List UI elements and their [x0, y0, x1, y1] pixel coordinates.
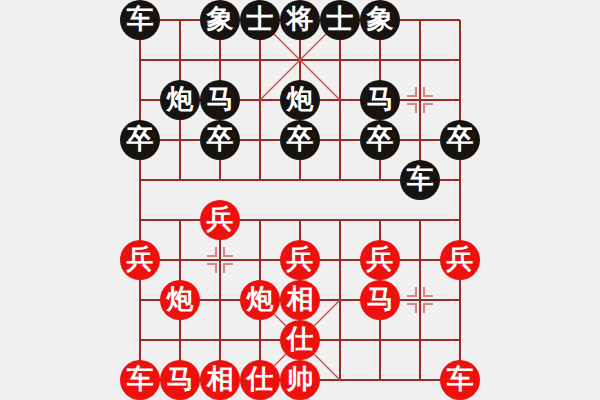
piece-black-horse[interactable]: 马 [200, 80, 240, 120]
piece-red-chariot[interactable]: 车 [120, 360, 160, 400]
board-grid[interactable]: 车象士将士象炮马炮马卒卒卒卒卒车兵兵兵兵兵炮炮相马仕车马相仕帅车 [120, 0, 480, 400]
piece-black-chariot[interactable]: 车 [400, 160, 440, 200]
piece-red-horse[interactable]: 马 [360, 280, 400, 320]
piece-black-horse[interactable]: 马 [360, 80, 400, 120]
piece-red-soldier[interactable]: 兵 [200, 200, 240, 240]
xiangqi-app: 车象士将士象炮马炮马卒卒卒卒卒车兵兵兵兵兵炮炮相马仕车马相仕帅车 [0, 0, 600, 400]
piece-black-elephant[interactable]: 象 [200, 0, 240, 40]
piece-red-cannon[interactable]: 炮 [160, 280, 200, 320]
piece-red-chariot[interactable]: 车 [440, 360, 480, 400]
piece-red-soldier[interactable]: 兵 [440, 240, 480, 280]
piece-black-advisor[interactable]: 士 [240, 0, 280, 40]
piece-black-cannon[interactable]: 炮 [160, 80, 200, 120]
piece-red-advisor[interactable]: 仕 [240, 360, 280, 400]
piece-red-cannon[interactable]: 炮 [240, 280, 280, 320]
piece-red-soldier[interactable]: 兵 [280, 240, 320, 280]
piece-black-chariot[interactable]: 车 [120, 0, 160, 40]
piece-black-soldier[interactable]: 卒 [360, 120, 400, 160]
piece-black-cannon[interactable]: 炮 [280, 80, 320, 120]
piece-red-general[interactable]: 帅 [280, 360, 320, 400]
piece-black-soldier[interactable]: 卒 [280, 120, 320, 160]
piece-black-soldier[interactable]: 卒 [440, 120, 480, 160]
piece-red-elephant[interactable]: 相 [280, 280, 320, 320]
piece-red-soldier[interactable]: 兵 [360, 240, 400, 280]
piece-black-advisor[interactable]: 士 [320, 0, 360, 40]
piece-black-elephant[interactable]: 象 [360, 0, 400, 40]
piece-black-soldier[interactable]: 卒 [200, 120, 240, 160]
piece-black-soldier[interactable]: 卒 [120, 120, 160, 160]
piece-red-elephant[interactable]: 相 [200, 360, 240, 400]
piece-red-soldier[interactable]: 兵 [120, 240, 160, 280]
piece-red-horse[interactable]: 马 [160, 360, 200, 400]
piece-red-advisor[interactable]: 仕 [280, 320, 320, 360]
piece-black-general[interactable]: 将 [280, 0, 320, 40]
